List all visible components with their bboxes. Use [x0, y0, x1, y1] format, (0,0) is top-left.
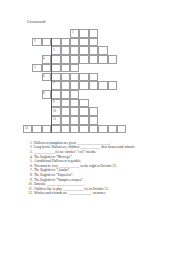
grid-cell[interactable]	[51, 55, 60, 64]
grid-clue-number: 12	[25, 126, 28, 129]
grid-cell[interactable]	[70, 46, 79, 55]
grid-cell[interactable]	[89, 55, 98, 64]
grid-cell[interactable]	[70, 99, 79, 108]
grid-cell[interactable]	[51, 73, 60, 82]
clue-item-text: The English for “Esqueleto”.	[34, 172, 73, 177]
grid-cell[interactable]	[79, 81, 88, 90]
grid-clue-number: 4	[43, 56, 45, 59]
grid-cell[interactable]	[61, 116, 70, 125]
clue-item: 6.You must be very ____________ on the n…	[27, 162, 172, 167]
clue-item-number: 3.	[27, 149, 33, 154]
grid-cell[interactable]	[98, 55, 107, 64]
worksheet-page: Crossword 123456789101112 1.Halloween pu…	[0, 0, 180, 256]
clue-item-number: 1.	[27, 140, 33, 145]
grid-cell[interactable]: 10	[51, 107, 60, 116]
clue-item: 4.The English for “Morcego”.	[27, 153, 172, 158]
grid-cell[interactable]	[70, 107, 79, 116]
grid-cell[interactable]	[89, 29, 98, 38]
grid-cell[interactable]	[61, 55, 70, 64]
grid-cell[interactable]: 4	[42, 55, 51, 64]
clue-item: 8.The English for “Esqueleto”.	[27, 172, 172, 177]
clue-item: 3.____________ (s) are witches’ “evil” f…	[27, 149, 172, 154]
grid-cell[interactable]	[70, 81, 79, 90]
clue-item-text: The English for “Morcego”.	[34, 153, 72, 158]
clue-item-text: A traditional Halloween vegetable.	[34, 158, 81, 163]
grid-clue-number: 11	[53, 117, 56, 120]
grid-cell[interactable]: 8	[42, 90, 51, 99]
grid-cell[interactable]	[32, 125, 41, 134]
grid-cell[interactable]	[61, 38, 70, 47]
grid-cell[interactable]: 5	[32, 64, 41, 73]
clue-item: 12.Witches and wizards are _____________…	[27, 190, 172, 195]
grid-clue-number: 6	[43, 74, 45, 77]
grid-cell[interactable]	[79, 107, 88, 116]
grid-cell[interactable]	[79, 73, 88, 82]
grid-clue-number: 7	[53, 82, 55, 85]
grid-cell[interactable]	[61, 46, 70, 55]
grid-cell[interactable]	[117, 125, 126, 134]
clue-item-number: 8.	[27, 172, 33, 177]
grid-cell[interactable]	[42, 64, 51, 73]
grid-cell[interactable]	[108, 55, 117, 64]
grid-cell[interactable]	[89, 107, 98, 116]
grid-cell[interactable]	[79, 46, 88, 55]
clue-item-text: Witches and wizards are ______________ c…	[34, 190, 106, 195]
grid-cell[interactable]	[70, 73, 79, 82]
clue-item-number: 4.	[27, 153, 33, 158]
clue-item: 5.A traditional Halloween vegetable.	[27, 158, 172, 163]
grid-cell[interactable]	[70, 90, 79, 99]
grid-clue-number: 8	[43, 91, 45, 94]
grid-cell[interactable]	[61, 90, 70, 99]
grid-cell[interactable]	[89, 46, 98, 55]
grid-cell[interactable]	[89, 116, 98, 125]
grid-cell[interactable]	[51, 38, 60, 47]
clue-item-text: The English for “Vampiro europeu”.	[34, 176, 84, 181]
grid-cell[interactable]	[70, 55, 79, 64]
grid-cell[interactable]: 11	[51, 116, 60, 125]
grid-cell[interactable]	[89, 81, 98, 90]
grid-cell[interactable]	[79, 99, 88, 108]
grid-cell[interactable]	[79, 116, 88, 125]
grid-cell[interactable]	[70, 38, 79, 47]
grid-cell[interactable]: 7	[51, 81, 60, 90]
grid-clue-number: 3	[53, 48, 55, 51]
clue-item-number: 5.	[27, 158, 33, 163]
grid-clue-number: 10	[53, 109, 56, 112]
grid-cell[interactable]	[98, 81, 107, 90]
grid-cell[interactable]	[61, 107, 70, 116]
grid-cell[interactable]	[98, 125, 107, 134]
grid-cell[interactable]	[79, 125, 88, 134]
grid-cell[interactable]	[61, 99, 70, 108]
clue-item: 10.Dracula: ______________________.	[27, 181, 172, 186]
grid-cell[interactable]	[108, 125, 117, 134]
grid-cell[interactable]: 2	[32, 38, 41, 47]
grid-cell[interactable]: 1	[70, 29, 79, 38]
grid-cell[interactable]	[51, 64, 60, 73]
clue-item-number: 6.	[27, 162, 33, 167]
clue-item-number: 9.	[27, 176, 33, 181]
clue-item-text: ____________ (s) are witches’ “evil” fri…	[34, 149, 96, 154]
clue-list: 1.Halloween pumpkins are great _________…	[27, 140, 172, 195]
clue-item-number: 10.	[27, 181, 33, 186]
grid-cell[interactable]	[70, 116, 79, 125]
crossword-grid: 123456789101112	[0, 0, 180, 256]
clue-item-text: Halloween pumpkins are great ___________…	[34, 140, 111, 145]
clue-item-text: Long before Halloween, children ________…	[34, 144, 135, 149]
grid-cell[interactable]: 6	[42, 73, 51, 82]
grid-cell[interactable]	[42, 125, 51, 134]
clue-item: 2.Long before Halloween, children ______…	[27, 144, 172, 149]
grid-cell[interactable]	[61, 81, 70, 90]
grid-cell[interactable]	[79, 38, 88, 47]
clue-item: 9.The English for “Vampiro europeu”.	[27, 176, 172, 181]
grid-cell[interactable]: 3	[51, 46, 60, 55]
grid-cell[interactable]	[70, 64, 79, 73]
clue-item: 1.Halloween pumpkins are great _________…	[27, 140, 172, 145]
grid-clue-number: 1	[72, 30, 74, 33]
grid-cell[interactable]	[89, 38, 98, 47]
mystery-column-line	[51, 38, 52, 134]
grid-cell[interactable]	[89, 73, 98, 82]
clue-item-number: 2.	[27, 144, 33, 149]
grid-cell[interactable]: 12	[23, 125, 32, 134]
grid-cell[interactable]	[42, 38, 51, 47]
clue-item-number: 11.	[27, 185, 33, 190]
grid-cell[interactable]	[79, 29, 88, 38]
grid-cell[interactable]	[70, 125, 79, 134]
grid-cell[interactable]	[61, 73, 70, 82]
grid-cell[interactable]	[61, 125, 70, 134]
clue-item-number: 12.	[27, 190, 33, 195]
clue-item-text: Dracula: ______________________.	[34, 181, 85, 186]
grid-clue-number: 9	[53, 100, 55, 103]
grid-cell[interactable]: 9	[51, 99, 60, 108]
grid-cell[interactable]	[51, 90, 60, 99]
grid-cell[interactable]	[108, 81, 117, 90]
clue-item-text: You must be very ____________ on the nig…	[34, 162, 117, 167]
clue-item: 7.The English for “Aranha”.	[27, 167, 172, 172]
grid-cell[interactable]	[98, 46, 107, 55]
grid-cell[interactable]	[61, 64, 70, 73]
clue-item: 11.Children like to play ____________ (s…	[27, 185, 172, 190]
grid-cell[interactable]	[51, 125, 60, 134]
clue-item-text: Children like to play ____________ (s) o…	[34, 185, 109, 190]
clue-item-number: 7.	[27, 167, 33, 172]
grid-cell[interactable]	[89, 125, 98, 134]
clue-item-text: The English for “Aranha”.	[34, 167, 70, 172]
grid-clue-number: 5	[34, 65, 36, 68]
grid-clue-number: 2	[34, 39, 36, 42]
grid-cell[interactable]	[79, 55, 88, 64]
